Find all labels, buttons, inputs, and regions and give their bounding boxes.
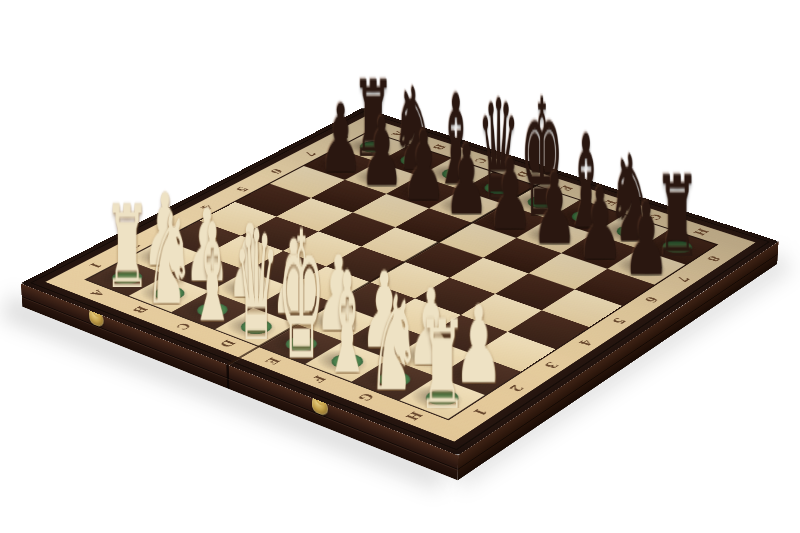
brass-latch <box>89 307 104 328</box>
fold-seam-side <box>226 364 229 389</box>
playing-area: ♜♞♝♛♚♝♞♜♟♟♟♟♟♟♟♟♟♟♟♟♟♟♟♟♜♞♝♛♚♝♞♜ <box>87 132 716 419</box>
chess-board: ♜♞♝♛♚♝♞♜♟♟♟♟♟♟♟♟♟♟♟♟♟♟♟♟♜♞♝♛♚♝♞♜ ABCDEFG… <box>21 108 779 456</box>
brass-latch <box>312 395 328 417</box>
product-photo-scene: ♜♞♝♛♚♝♞♜♟♟♟♟♟♟♟♟♟♟♟♟♟♟♟♟♜♞♝♛♚♝♞♜ ABCDEFG… <box>0 0 800 533</box>
